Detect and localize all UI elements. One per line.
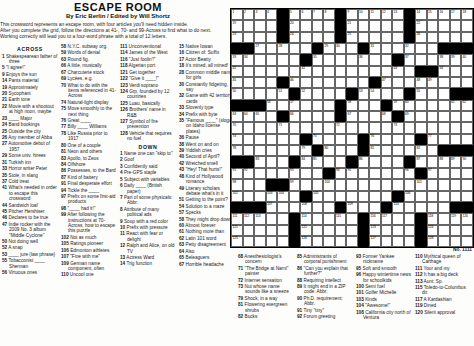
grid-cell[interactable] [346,54,358,65]
grid-cell[interactable] [415,54,427,65]
grid-cell[interactable] [381,43,393,54]
grid-cell[interactable] [323,122,335,133]
grid-cell[interactable]: 39 [450,54,462,65]
grid-cell[interactable]: 123 [369,225,381,236]
grid-cell[interactable] [254,54,266,65]
grid-cell[interactable]: 91 [231,168,243,179]
grid-cell[interactable] [254,134,266,145]
grid-cell[interactable] [438,168,450,179]
grid-cell[interactable]: 83 [254,156,266,167]
grid-cell[interactable] [300,179,312,190]
grid-cell[interactable] [254,179,266,190]
grid-cell[interactable]: 121 [231,225,243,236]
grid-cell[interactable]: 10 [358,9,370,20]
grid-cell[interactable] [392,43,404,54]
grid-cell[interactable]: 40 [461,54,473,65]
grid-cell[interactable] [289,54,301,65]
grid-cell[interactable] [323,111,335,122]
grid-cell[interactable]: 126 [300,236,312,247]
grid-cell[interactable] [254,236,266,247]
grid-cell[interactable] [289,202,301,213]
grid-cell[interactable] [450,179,462,190]
grid-cell[interactable]: 95 [346,168,358,179]
grid-cell[interactable] [335,145,347,156]
grid-cell[interactable]: 16 [438,9,450,20]
grid-cell[interactable] [266,213,278,224]
grid-cell[interactable]: 112 [243,213,255,224]
grid-cell[interactable]: 55 [415,88,427,99]
grid-cell[interactable] [243,20,255,31]
grid-cell[interactable]: 18 [461,9,473,20]
grid-cell[interactable]: 84 [300,156,312,167]
grid-cell[interactable] [335,236,347,247]
grid-cell[interactable] [369,202,381,213]
grid-cell[interactable] [461,20,473,31]
grid-cell[interactable] [266,122,278,133]
grid-cell[interactable]: 8 [323,9,335,20]
grid-cell[interactable] [300,77,312,88]
grid-cell[interactable]: 115 [335,213,347,224]
grid-cell[interactable] [450,191,462,202]
grid-cell[interactable] [358,202,370,213]
grid-cell[interactable] [266,77,278,88]
grid-cell[interactable] [381,134,393,145]
grid-cell[interactable] [323,20,335,31]
grid-cell[interactable] [346,122,358,133]
grid-cell[interactable] [427,20,439,31]
grid-cell[interactable] [254,32,266,43]
grid-cell[interactable] [335,88,347,99]
grid-cell[interactable]: 12 [381,9,393,20]
grid-cell[interactable]: 42 [300,66,312,77]
grid-cell[interactable] [404,213,416,224]
grid-cell[interactable]: 81 [369,145,381,156]
grid-cell[interactable]: 33 [231,54,243,65]
grid-cell[interactable] [346,179,358,190]
grid-cell[interactable] [335,134,347,145]
grid-cell[interactable]: 97 [427,168,439,179]
grid-cell[interactable] [381,236,393,247]
grid-cell[interactable] [381,156,393,167]
grid-cell[interactable] [312,66,324,77]
grid-cell[interactable] [277,100,289,111]
grid-cell[interactable] [346,145,358,156]
grid-cell[interactable] [358,32,370,43]
grid-cell[interactable] [300,32,312,43]
grid-cell[interactable] [369,66,381,77]
grid-cell[interactable]: 120 [461,213,473,224]
grid-cell[interactable] [358,191,370,202]
grid-cell[interactable] [323,32,335,43]
grid-cell[interactable]: 3 [254,9,266,20]
grid-cell[interactable] [312,32,324,43]
grid-cell[interactable] [312,225,324,236]
grid-cell[interactable] [323,100,335,111]
grid-cell[interactable] [427,179,439,190]
grid-cell[interactable] [323,134,335,145]
grid-cell[interactable] [381,20,393,31]
grid-cell[interactable]: 15 [427,9,439,20]
grid-cell[interactable] [461,77,473,88]
grid-cell[interactable] [335,156,347,167]
grid-cell[interactable] [323,54,335,65]
grid-cell[interactable]: 4 [266,9,278,20]
grid-cell[interactable] [289,43,301,54]
grid-cell[interactable] [450,122,462,133]
grid-cell[interactable]: 80 [323,145,335,156]
grid-cell[interactable] [381,54,393,65]
grid-cell[interactable]: 30 [335,43,347,54]
grid-cell[interactable] [243,236,255,247]
grid-cell[interactable]: 96 [404,168,416,179]
grid-cell[interactable] [450,32,462,43]
grid-cell[interactable] [312,122,324,133]
grid-cell[interactable]: 104 [277,191,289,202]
grid-cell[interactable] [404,145,416,156]
grid-cell[interactable]: 101 [415,179,427,190]
grid-cell[interactable]: 107 [266,202,278,213]
grid-cell[interactable] [243,145,255,156]
grid-cell[interactable] [312,236,324,247]
grid-cell[interactable] [381,88,393,99]
grid-cell[interactable]: 114 [300,213,312,224]
grid-cell[interactable] [415,111,427,122]
grid-cell[interactable] [438,191,450,202]
grid-cell[interactable] [369,179,381,190]
grid-cell[interactable] [392,32,404,43]
grid-cell[interactable] [381,145,393,156]
grid-cell[interactable] [277,66,289,77]
grid-cell[interactable] [438,77,450,88]
grid-cell[interactable]: 108 [300,202,312,213]
grid-cell[interactable]: 52 [300,88,312,99]
grid-cell[interactable] [323,88,335,99]
grid-cell[interactable] [461,32,473,43]
grid-cell[interactable] [335,191,347,202]
grid-cell[interactable]: 22 [415,20,427,31]
grid-cell[interactable] [392,134,404,145]
grid-cell[interactable]: 59 [392,100,404,111]
grid-cell[interactable] [358,122,370,133]
grid-cell[interactable]: 109 [346,202,358,213]
grid-cell[interactable] [346,77,358,88]
grid-cell[interactable]: 82 [415,145,427,156]
grid-cell[interactable] [450,134,462,145]
grid-cell[interactable]: 27 [254,43,266,54]
grid-cell[interactable] [266,54,278,65]
grid-cell[interactable]: 71 [277,122,289,133]
grid-cell[interactable]: 24 [289,32,301,43]
grid-cell[interactable] [254,77,266,88]
grid-cell[interactable]: 106 [404,191,416,202]
grid-cell[interactable]: 103 [266,191,278,202]
grid-cell[interactable] [346,134,358,145]
grid-cell[interactable] [392,20,404,31]
grid-cell[interactable] [404,122,416,133]
grid-cell[interactable] [415,202,427,213]
grid-cell[interactable]: 57 [289,100,301,111]
grid-cell[interactable] [300,100,312,111]
grid-cell[interactable]: 67 [346,111,358,122]
grid-cell[interactable]: 50 [231,88,243,99]
grid-cell[interactable] [300,111,312,122]
grid-cell[interactable] [266,43,278,54]
grid-cell[interactable] [243,66,255,77]
grid-cell[interactable]: 105 [312,191,324,202]
grid-cell[interactable]: 14 [415,9,427,20]
grid-cell[interactable] [300,20,312,31]
grid-cell[interactable] [277,236,289,247]
grid-cell[interactable] [381,32,393,43]
grid-cell[interactable] [312,111,324,122]
grid-cell[interactable]: 19 [231,20,243,31]
grid-cell[interactable]: 100 [323,179,335,190]
grid-cell[interactable] [369,156,381,167]
grid-cell[interactable] [450,225,462,236]
grid-cell[interactable]: 9 [346,9,358,20]
grid-cell[interactable] [415,191,427,202]
grid-cell[interactable]: 49 [427,77,439,88]
grid-cell[interactable] [266,88,278,99]
grid-cell[interactable] [438,122,450,133]
grid-cell[interactable]: 29 [323,43,335,54]
grid-cell[interactable] [300,168,312,179]
grid-cell[interactable] [461,122,473,133]
grid-cell[interactable] [346,213,358,224]
grid-cell[interactable] [438,88,450,99]
grid-cell[interactable]: 94 [335,168,347,179]
grid-cell[interactable] [461,179,473,190]
grid-cell[interactable] [358,111,370,122]
grid-cell[interactable]: 88 [438,156,450,167]
grid-cell[interactable] [404,225,416,236]
grid-cell[interactable] [254,191,266,202]
grid-cell[interactable] [427,191,439,202]
grid-cell[interactable] [369,122,381,133]
grid-cell[interactable]: 77 [427,134,439,145]
grid-cell[interactable]: 7 [312,9,324,20]
grid-cell[interactable]: 90 [461,156,473,167]
grid-cell[interactable] [381,66,393,77]
grid-cell[interactable]: 125 [231,236,243,247]
grid-cell[interactable]: 74 [231,134,243,145]
grid-cell[interactable] [266,32,278,43]
grid-cell[interactable] [392,168,404,179]
grid-cell[interactable] [254,225,266,236]
grid-cell[interactable] [277,225,289,236]
grid-cell[interactable]: 43 [392,66,404,77]
grid-cell[interactable]: 11 [369,9,381,20]
grid-cell[interactable] [289,134,301,145]
grid-cell[interactable] [323,225,335,236]
grid-cell[interactable] [404,179,416,190]
grid-cell[interactable] [323,156,335,167]
grid-cell[interactable] [277,156,289,167]
grid-cell[interactable] [346,225,358,236]
grid-cell[interactable] [369,111,381,122]
grid-cell[interactable]: 117 [381,213,393,224]
grid-cell[interactable] [369,54,381,65]
grid-cell[interactable] [438,179,450,190]
grid-cell[interactable] [335,66,347,77]
grid-cell[interactable] [243,88,255,99]
grid-cell[interactable]: 60 [404,100,416,111]
grid-cell[interactable]: 66 [289,111,301,122]
grid-cell[interactable] [312,213,324,224]
grid-cell[interactable]: 58 [346,100,358,111]
grid-cell[interactable] [266,236,278,247]
grid-cell[interactable]: 118 [427,213,439,224]
grid-cell[interactable]: 89 [450,156,462,167]
grid-cell[interactable] [415,43,427,54]
grid-cell[interactable] [289,191,301,202]
grid-cell[interactable]: 78 [231,145,243,156]
grid-cell[interactable]: 124 [427,225,439,236]
grid-cell[interactable] [438,111,450,122]
grid-cell[interactable] [243,122,255,133]
grid-cell[interactable]: 28 [277,43,289,54]
grid-cell[interactable]: 86 [358,156,370,167]
grid-cell[interactable] [266,145,278,156]
grid-cell[interactable] [438,225,450,236]
grid-cell[interactable]: 23 [231,32,243,43]
grid-cell[interactable] [438,100,450,111]
grid-cell[interactable]: 79 [300,145,312,156]
grid-cell[interactable]: 116 [369,213,381,224]
grid-cell[interactable]: 45 [231,77,243,88]
grid-cell[interactable] [427,32,439,43]
grid-cell[interactable] [404,236,416,247]
grid-cell[interactable] [392,156,404,167]
grid-cell[interactable]: 75 [312,134,324,145]
grid-cell[interactable]: 76 [369,134,381,145]
grid-cell[interactable]: 2 [243,9,255,20]
grid-cell[interactable]: 31 [369,43,381,54]
grid-cell[interactable]: 46 [289,77,301,88]
grid-cell[interactable]: 51 [277,88,289,99]
grid-cell[interactable]: 41 [231,66,243,77]
grid-cell[interactable] [461,66,473,77]
grid-cell[interactable]: 111 [231,213,243,224]
grid-cell[interactable] [369,191,381,202]
grid-cell[interactable] [392,179,404,190]
grid-cell[interactable] [404,66,416,77]
grid-cell[interactable] [358,100,370,111]
grid-cell[interactable] [381,168,393,179]
grid-cell[interactable] [392,236,404,247]
grid-cell[interactable] [450,77,462,88]
grid-cell[interactable] [335,179,347,190]
grid-cell[interactable] [450,20,462,31]
grid-cell[interactable] [358,168,370,179]
grid-cell[interactable]: 128 [427,236,439,247]
grid-cell[interactable] [254,20,266,31]
grid-cell[interactable]: 70 [231,122,243,133]
grid-cell[interactable]: 34 [243,54,255,65]
grid-cell[interactable] [427,43,439,54]
grid-cell[interactable]: 37 [404,54,416,65]
grid-cell[interactable] [312,168,324,179]
grid-cell[interactable]: 63 [231,111,243,122]
grid-cell[interactable] [323,236,335,247]
grid-cell[interactable] [312,88,324,99]
grid-cell[interactable] [427,100,439,111]
grid-cell[interactable] [438,32,450,43]
grid-cell[interactable] [254,168,266,179]
grid-cell[interactable] [243,191,255,202]
grid-cell[interactable]: 17 [450,9,462,20]
grid-cell[interactable] [289,66,301,77]
grid-cell[interactable] [254,122,266,133]
grid-cell[interactable] [243,77,255,88]
grid-cell[interactable]: 110 [392,202,404,213]
grid-cell[interactable] [427,88,439,99]
grid-cell[interactable]: 73 [392,122,404,133]
grid-cell[interactable]: 25 [346,32,358,43]
grid-cell[interactable] [358,179,370,190]
grid-cell[interactable] [461,236,473,247]
grid-cell[interactable]: 32 [404,43,416,54]
grid-cell[interactable]: 119 [450,213,462,224]
grid-cell[interactable]: 64 [243,111,255,122]
grid-cell[interactable] [381,191,393,202]
grid-cell[interactable] [461,134,473,145]
grid-cell[interactable]: 65 [254,111,266,122]
grid-cell[interactable] [438,134,450,145]
grid-cell[interactable] [404,77,416,88]
grid-cell[interactable] [243,225,255,236]
grid-cell[interactable] [312,100,324,111]
grid-cell[interactable]: 5 [289,9,301,20]
grid-cell[interactable]: 61 [450,100,462,111]
grid-cell[interactable] [358,20,370,31]
grid-cell[interactable] [289,145,301,156]
grid-cell[interactable]: 99 [289,179,301,190]
grid-cell[interactable] [427,54,439,65]
grid-cell[interactable] [254,145,266,156]
grid-cell[interactable] [381,225,393,236]
grid-cell[interactable] [415,100,427,111]
grid-cell[interactable] [369,168,381,179]
grid-cell[interactable]: 13 [392,9,404,20]
grid-cell[interactable] [277,134,289,145]
grid-cell[interactable] [266,168,278,179]
grid-cell[interactable] [277,168,289,179]
grid-cell[interactable] [461,111,473,122]
grid-cell[interactable] [335,54,347,65]
grid-cell[interactable]: 47 [381,77,393,88]
grid-cell[interactable]: 20 [289,20,301,31]
grid-cell[interactable] [243,179,255,190]
grid-cell[interactable] [277,213,289,224]
grid-cell[interactable]: 26 [415,32,427,43]
grid-cell[interactable]: 102 [231,191,243,202]
grid-cell[interactable] [392,77,404,88]
grid-cell[interactable]: 44 [438,66,450,77]
grid-cell[interactable] [266,66,278,77]
grid-cell[interactable]: 113 [254,213,266,224]
grid-cell[interactable]: 62 [461,100,473,111]
grid-cell[interactable] [243,134,255,145]
grid-cell[interactable] [277,145,289,156]
grid-cell[interactable] [450,168,462,179]
grid-cell[interactable]: 54 [369,88,381,99]
grid-cell[interactable]: 85 [312,156,324,167]
grid-cell[interactable]: 35 [312,54,324,65]
grid-cell[interactable] [300,43,312,54]
grid-cell[interactable] [450,236,462,247]
grid-cell[interactable] [461,168,473,179]
